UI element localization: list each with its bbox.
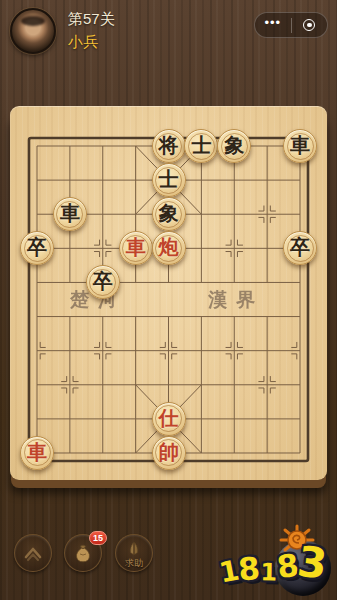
piece-black-advisor[interactable]: 士 (152, 163, 186, 197)
piece-character: 仕 (159, 408, 179, 428)
exit-button[interactable] (292, 13, 328, 37)
wechat-capsule: ••• (254, 12, 328, 38)
piece-black-soldier[interactable]: 卒 (86, 265, 120, 299)
piece-black-elephant[interactable]: 象 (152, 197, 186, 231)
piece-character: 士 (159, 169, 179, 189)
hint-bag-button[interactable]: 15 (64, 534, 102, 572)
header: 第57关 小兵 ••• (0, 0, 337, 62)
piece-black-soldier[interactable]: 卒 (283, 231, 317, 265)
piece-character: 象 (224, 135, 244, 155)
piece-red-general[interactable]: 帥 (152, 436, 186, 470)
piece-black-general[interactable]: 将 (152, 129, 186, 163)
chevron-up-icon (22, 542, 44, 564)
header-texts: 第57关 小兵 (68, 11, 115, 49)
collapse-button[interactable] (14, 534, 52, 572)
piece-character: 車 (60, 203, 80, 223)
xiangqi-board[interactable]: 楚河漢界 将士象車士車象卒車炮卒卒仕車帥 (10, 106, 327, 480)
piece-character: 炮 (159, 237, 179, 257)
piece-character: 車 (27, 442, 47, 462)
more-dots-icon: ••• (264, 18, 281, 28)
hint-count-badge: 15 (89, 531, 107, 545)
piece-black-soldier[interactable]: 卒 (20, 231, 54, 265)
money-pouch-icon (71, 541, 95, 565)
piece-character: 士 (191, 135, 211, 155)
level-label: 第57关 (68, 11, 115, 26)
piece-character: 将 (159, 135, 179, 155)
piece-character: 帥 (159, 442, 179, 462)
target-circle-icon (303, 19, 315, 31)
piece-character: 卒 (290, 237, 310, 257)
footer: 15 求助 18183 (0, 490, 337, 600)
more-button[interactable]: ••• (255, 13, 291, 37)
logo-text: 18183 (217, 535, 329, 591)
stage-label: 小兵 (68, 34, 115, 49)
player-avatar[interactable] (10, 8, 56, 54)
ask-help-button[interactable]: 求助 (115, 534, 153, 572)
piece-red-cannon[interactable]: 炮 (152, 231, 186, 265)
help-label: 求助 (116, 557, 152, 570)
piece-red-advisor[interactable]: 仕 (152, 402, 186, 436)
piece-character: 車 (290, 135, 310, 155)
piece-character: 象 (159, 203, 179, 223)
piece-black-elephant[interactable]: 象 (217, 129, 251, 163)
piece-character: 車 (126, 237, 146, 257)
piece-character: 卒 (27, 237, 47, 257)
piece-black-chariot[interactable]: 車 (283, 129, 317, 163)
pieces-layer: 将士象車士車象卒車炮卒卒仕車帥 (10, 106, 327, 480)
piece-character: 卒 (93, 271, 113, 291)
piece-black-chariot[interactable]: 車 (53, 197, 87, 231)
piece-red-chariot[interactable]: 車 (119, 231, 153, 265)
logo-18183: 18183 (217, 522, 335, 598)
piece-black-advisor[interactable]: 士 (184, 129, 218, 163)
piece-red-chariot[interactable]: 車 (20, 436, 54, 470)
